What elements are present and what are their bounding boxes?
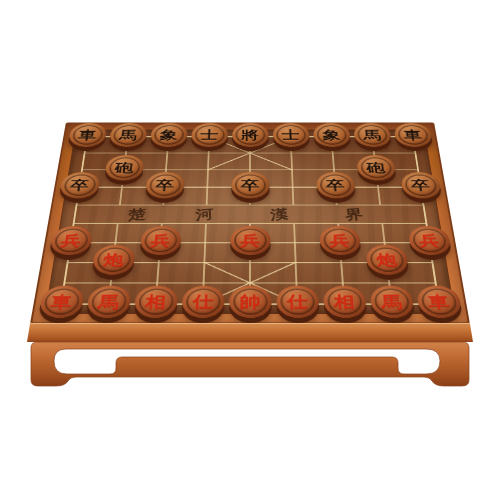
piece-character: 馬 (118, 129, 137, 141)
piece-character: 砲 (114, 161, 134, 173)
board-playing-surface: 楚河漢界車馬象士將士象馬車砲砲卒卒卒卒卒兵兵兵兵兵炮炮車馬相仕帥仕相馬車 (46, 130, 454, 313)
piece-character: 卒 (410, 178, 431, 191)
table-front-edge (27, 323, 473, 342)
piece-character: 車 (50, 293, 73, 309)
piece-red-advisor[interactable]: 仕 (181, 285, 224, 317)
piece-red-advisor[interactable]: 仕 (276, 285, 319, 317)
piece-black-general[interactable]: 將 (232, 123, 269, 147)
piece-character: 馬 (380, 293, 402, 309)
xiangqi-board: 楚河漢界車馬象士將士象馬車砲砲卒卒卒卒卒兵兵兵兵兵炮炮車馬相仕帥仕相馬車 (30, 122, 470, 324)
piece-character: 士 (282, 129, 300, 141)
stand-silhouette (31, 342, 469, 386)
piece-character: 馬 (362, 129, 381, 141)
piece-character: 相 (333, 293, 355, 309)
piece-character: 馬 (97, 293, 119, 309)
piece-character: 兵 (418, 233, 440, 247)
piece-character: 卒 (325, 178, 345, 191)
piece-character: 車 (403, 129, 423, 141)
table-stand (28, 341, 472, 390)
product-photo: 楚河漢界車馬象士將士象馬車砲砲卒卒卒卒卒兵兵兵兵兵炮炮車馬相仕帥仕相馬車 (0, 0, 500, 500)
piece-character: 帥 (240, 293, 261, 309)
piece-character: 兵 (240, 233, 260, 247)
piece-character: 象 (322, 129, 341, 141)
piece-character: 炮 (376, 252, 398, 267)
piece-black-advisor[interactable]: 士 (190, 123, 227, 147)
piece-character: 相 (145, 293, 167, 309)
piece-character: 卒 (69, 178, 90, 191)
piece-character: 士 (200, 129, 218, 141)
piece-character: 兵 (329, 233, 350, 247)
piece-black-elephant[interactable]: 象 (149, 123, 187, 147)
piece-character: 仕 (192, 293, 213, 309)
piece-character: 砲 (366, 161, 386, 173)
piece-character: 車 (78, 129, 98, 141)
piece-black-soldier[interactable]: 卒 (315, 172, 355, 198)
piece-character: 卒 (241, 178, 260, 191)
piece-character: 炮 (103, 252, 125, 267)
grid-line (207, 137, 210, 205)
piece-red-general[interactable]: 帥 (229, 285, 272, 317)
piece-character: 將 (241, 129, 259, 141)
piece-red-soldier[interactable]: 兵 (230, 226, 271, 255)
piece-character: 象 (159, 129, 178, 141)
grid-line (291, 137, 294, 205)
piece-character: 仕 (287, 293, 308, 309)
piece-character: 卒 (155, 178, 175, 191)
piece-character: 兵 (150, 233, 171, 247)
piece-character: 兵 (60, 233, 82, 247)
grid-line (61, 137, 87, 304)
piece-black-soldier[interactable]: 卒 (231, 172, 270, 198)
piece-character: 車 (427, 293, 450, 309)
piece-black-elephant[interactable]: 象 (312, 123, 350, 147)
grid-line (413, 137, 439, 304)
piece-black-advisor[interactable]: 士 (272, 123, 309, 147)
